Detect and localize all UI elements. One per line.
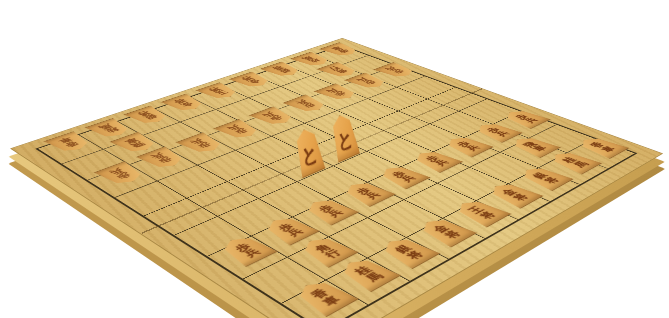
square-9-1: 香車	[38, 135, 104, 164]
product-photo-stage: 香車桂馬銀将金将玉将金将銀将桂馬香車飛車角行歩兵歩兵歩兵歩兵歩兵歩兵歩兵歩兵歩兵…	[0, 0, 669, 318]
square-4-1: 金将	[223, 75, 281, 97]
square-6-1: 金将	[155, 97, 216, 122]
gote-knight: 桂馬	[288, 51, 334, 68]
gote-silver: 銀将	[121, 105, 173, 127]
gote-gold: 金将	[227, 71, 275, 90]
square-3-5	[368, 111, 431, 137]
gote-pawn: 歩兵	[371, 61, 419, 79]
square-6-2	[180, 109, 242, 135]
square-4-2	[249, 86, 308, 110]
square-2-1: 桂馬	[285, 55, 340, 75]
square-5-2	[215, 98, 276, 123]
gote-lance: 香車	[317, 42, 363, 58]
square-7-1: 銀将	[118, 109, 180, 135]
square-4-3: 歩兵	[276, 98, 337, 123]
square-1-1: 香車	[314, 46, 368, 65]
gote-bishop: 角行	[315, 61, 363, 79]
square-2-6	[430, 111, 493, 137]
square-1-6	[459, 99, 520, 124]
gote-silver: 銀将	[258, 61, 305, 79]
gote-pawn: 歩兵	[211, 118, 265, 141]
square-1-2	[340, 55, 395, 75]
square-3-3: 歩兵	[308, 87, 367, 111]
sente-pawn: 歩兵	[406, 148, 464, 174]
sente-rook: 飛車	[505, 134, 562, 159]
gote-pawn: 歩兵	[312, 83, 362, 103]
square-1-7: 歩兵	[493, 112, 556, 138]
square-5-3: 歩兵	[242, 110, 305, 136]
square-1-3: 歩兵	[368, 66, 425, 87]
square-1-5	[427, 87, 487, 111]
gote-king: 玉将	[193, 82, 243, 102]
perspective-scene: 香車桂馬銀将金将玉将金将銀将桂馬香車飛車角行歩兵歩兵歩兵歩兵歩兵歩兵歩兵歩兵歩兵…	[0, 0, 669, 318]
square-2-2: 角行	[311, 65, 368, 86]
square-2-5	[398, 99, 459, 124]
gote-gold: 金将	[158, 93, 209, 114]
square-2-3: 歩兵	[339, 76, 397, 99]
square-3-1: 銀将	[255, 65, 311, 86]
shogi-board: 香車桂馬銀将金将玉将金将銀将桂馬香車飛車角行歩兵歩兵歩兵歩兵歩兵歩兵歩兵歩兵歩兵…	[10, 38, 663, 318]
sente-pawn: 歩兵	[498, 107, 552, 129]
sente-lance: 香車	[572, 134, 630, 159]
square-1-4	[397, 76, 455, 99]
gote-pawn: 歩兵	[173, 132, 228, 156]
square-3-2	[281, 76, 339, 98]
gote-pawn: 歩兵	[342, 72, 391, 91]
gote-pawn: 歩兵	[246, 106, 299, 128]
sente-pawn: 歩兵	[469, 120, 524, 143]
gote-knight: 桂馬	[82, 117, 135, 140]
sente-pawn: 歩兵	[438, 134, 494, 159]
square-5-1: 玉将	[190, 86, 249, 110]
board-top-surface: 香車桂馬銀将金将玉将金将銀将桂馬香車飛車角行歩兵歩兵歩兵歩兵歩兵歩兵歩兵歩兵歩兵…	[10, 38, 663, 318]
square-2-4	[368, 87, 428, 111]
board-grid: 香車桂馬銀将金将玉将金将銀将桂馬香車飛車角行歩兵歩兵歩兵歩兵歩兵歩兵歩兵歩兵歩兵…	[35, 45, 637, 318]
gote-lance: 香車	[41, 131, 96, 155]
gote-pawn: 歩兵	[280, 94, 331, 115]
